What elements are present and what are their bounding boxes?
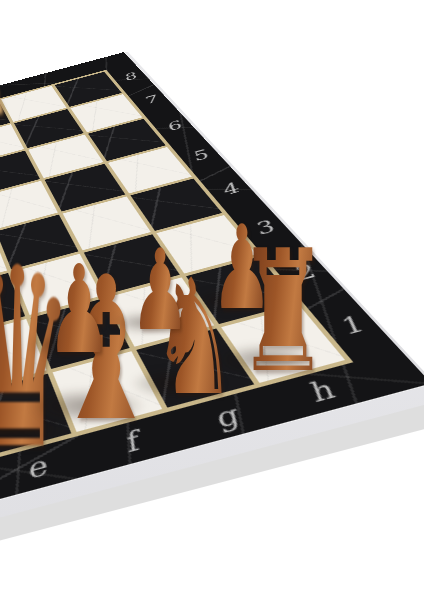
pieces-layer: ♛♝♞♜♟♟♟♟ (0, 0, 424, 600)
piece-pawn-g2: ♟ (126, 234, 193, 346)
chess-board-photo: abcdefgh12345678 ♛♝♞♜♟♟♟♟ (0, 0, 424, 600)
piece-pawn-h2: ♟ (207, 210, 277, 326)
piece-pawn-f8: ♟ (0, 75, 9, 121)
piece-pawn-f2: ♟ (42, 249, 115, 371)
